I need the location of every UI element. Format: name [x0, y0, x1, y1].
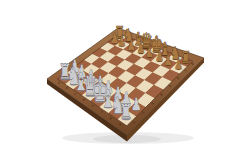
chess-board-3d-scene: abcdefgh12345678♜♞♝♛♚♝♞♜♟♟♟♟♟♟♟♟♟♟♟♟♟♟♟♟… [0, 0, 240, 150]
chess-piece-p: ♟ [164, 52, 173, 68]
chess-piece-r: ♜ [120, 99, 133, 123]
chess-piece-p: ♟ [174, 56, 183, 72]
chess-set-product-photo: abcdefgh12345678♜♞♝♛♚♝♞♜♟♟♟♟♟♟♟♟♟♟♟♟♟♟♟♟… [0, 0, 240, 150]
chess-piece-p: ♟ [155, 48, 164, 64]
chess-piece-p: ♟ [117, 33, 126, 49]
chess-piece-p: ♟ [127, 37, 136, 53]
chess-piece-p: ♟ [145, 44, 154, 60]
